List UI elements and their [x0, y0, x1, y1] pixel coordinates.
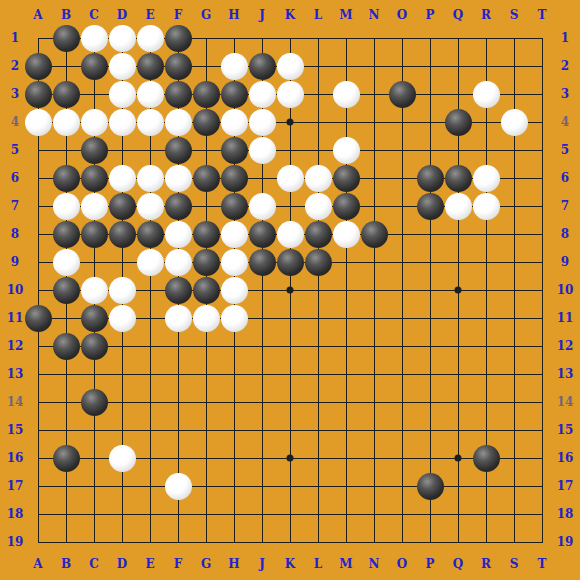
board-point[interactable]: [472, 136, 500, 164]
board-point[interactable]: [500, 360, 528, 388]
board-point[interactable]: [388, 360, 416, 388]
board-point[interactable]: [276, 472, 304, 500]
board-point[interactable]: [528, 80, 556, 108]
white-stone: [53, 109, 80, 136]
column-label-top: K: [285, 9, 295, 21]
board-point[interactable]: [444, 80, 472, 108]
board-point[interactable]: [444, 388, 472, 416]
board-point[interactable]: [220, 472, 248, 500]
board-point[interactable]: [24, 388, 52, 416]
board-point[interactable]: [304, 500, 332, 528]
board-point[interactable]: [388, 24, 416, 52]
board-point[interactable]: [52, 500, 80, 528]
board-point[interactable]: [360, 304, 388, 332]
board-point[interactable]: [136, 472, 164, 500]
board-point[interactable]: [416, 388, 444, 416]
board-point[interactable]: [444, 500, 472, 528]
board-point[interactable]: [500, 80, 528, 108]
board-point[interactable]: [24, 360, 52, 388]
board-point: [80, 136, 108, 164]
board-point[interactable]: [304, 276, 332, 304]
board-point: [472, 164, 500, 192]
board-point[interactable]: [52, 52, 80, 80]
board-point[interactable]: [192, 472, 220, 500]
board-point[interactable]: [416, 332, 444, 360]
board-point[interactable]: [388, 220, 416, 248]
board-point[interactable]: [24, 276, 52, 304]
board-point[interactable]: [248, 24, 276, 52]
board-point[interactable]: [360, 500, 388, 528]
board-point[interactable]: [136, 360, 164, 388]
column-label-bottom: K: [285, 558, 295, 570]
board-point[interactable]: [332, 472, 360, 500]
board-point[interactable]: [444, 444, 472, 472]
board-point[interactable]: [136, 388, 164, 416]
board-point[interactable]: [444, 24, 472, 52]
board-point[interactable]: [248, 472, 276, 500]
row-label-left: 8: [11, 228, 19, 240]
board-point[interactable]: [528, 528, 556, 556]
board-point[interactable]: [528, 220, 556, 248]
board-point: [52, 220, 80, 248]
board-point[interactable]: [388, 388, 416, 416]
column-label-bottom: J: [259, 558, 265, 570]
board-point[interactable]: [472, 388, 500, 416]
board-point[interactable]: [388, 276, 416, 304]
board-point[interactable]: [80, 500, 108, 528]
board-point[interactable]: [444, 220, 472, 248]
board-point[interactable]: [108, 332, 136, 360]
board-point[interactable]: [528, 276, 556, 304]
board-point[interactable]: [472, 360, 500, 388]
board-point[interactable]: [108, 136, 136, 164]
board-point[interactable]: [528, 248, 556, 276]
board-point[interactable]: [388, 528, 416, 556]
column-label-top: J: [259, 9, 265, 21]
board-point[interactable]: [220, 444, 248, 472]
board-point: [52, 80, 80, 108]
board-point[interactable]: [500, 500, 528, 528]
board-point[interactable]: [192, 136, 220, 164]
board-point[interactable]: [332, 332, 360, 360]
board-point[interactable]: [500, 276, 528, 304]
board-point[interactable]: [472, 24, 500, 52]
board-point[interactable]: [472, 472, 500, 500]
board-point[interactable]: [332, 444, 360, 472]
board-point[interactable]: [136, 136, 164, 164]
board-point[interactable]: [220, 416, 248, 444]
board-point[interactable]: [136, 444, 164, 472]
board-point[interactable]: [276, 192, 304, 220]
board-point[interactable]: [388, 444, 416, 472]
board-point[interactable]: [24, 500, 52, 528]
board-point[interactable]: [304, 304, 332, 332]
board-point[interactable]: [332, 108, 360, 136]
board-point[interactable]: [220, 360, 248, 388]
board-point[interactable]: [500, 528, 528, 556]
board-point[interactable]: [108, 416, 136, 444]
board-point[interactable]: [500, 388, 528, 416]
board-point[interactable]: [416, 360, 444, 388]
board-point[interactable]: [500, 444, 528, 472]
board-point[interactable]: [388, 416, 416, 444]
board-point[interactable]: [220, 528, 248, 556]
board-point[interactable]: [528, 108, 556, 136]
board-point[interactable]: [360, 416, 388, 444]
board-point[interactable]: [304, 360, 332, 388]
row-label-right: 6: [561, 172, 569, 184]
board-point[interactable]: [388, 136, 416, 164]
board-point[interactable]: [304, 528, 332, 556]
board-point[interactable]: [416, 136, 444, 164]
board-point[interactable]: [416, 24, 444, 52]
board-point[interactable]: [332, 416, 360, 444]
board-point[interactable]: [388, 304, 416, 332]
board-point[interactable]: [360, 444, 388, 472]
board-point[interactable]: [416, 528, 444, 556]
board-point[interactable]: [24, 192, 52, 220]
board-point[interactable]: [24, 24, 52, 52]
board-point[interactable]: [136, 500, 164, 528]
row-label-right: 15: [557, 424, 574, 436]
board-point[interactable]: [80, 80, 108, 108]
board-point[interactable]: [528, 388, 556, 416]
board-point[interactable]: [528, 500, 556, 528]
board-point[interactable]: [24, 472, 52, 500]
board-point[interactable]: [108, 388, 136, 416]
column-label-top: L: [314, 9, 322, 21]
board-point[interactable]: [136, 276, 164, 304]
board-point[interactable]: [500, 24, 528, 52]
board-point[interactable]: [192, 500, 220, 528]
board-point[interactable]: [472, 220, 500, 248]
board-point[interactable]: [528, 136, 556, 164]
board-point[interactable]: [416, 416, 444, 444]
board-point[interactable]: [276, 108, 304, 136]
board-point[interactable]: [304, 52, 332, 80]
board-point[interactable]: [24, 332, 52, 360]
board-point[interactable]: [24, 528, 52, 556]
board-point[interactable]: [248, 444, 276, 472]
board-point[interactable]: [500, 192, 528, 220]
board-point[interactable]: [500, 52, 528, 80]
board-point[interactable]: [332, 24, 360, 52]
board-point[interactable]: [360, 472, 388, 500]
board-point[interactable]: [24, 444, 52, 472]
board-point[interactable]: [80, 528, 108, 556]
black-stone: [109, 221, 136, 248]
white-stone: [221, 305, 248, 332]
board-point[interactable]: [500, 220, 528, 248]
board-point[interactable]: [416, 52, 444, 80]
board-point[interactable]: [472, 108, 500, 136]
board-point[interactable]: [192, 332, 220, 360]
black-stone: [193, 165, 220, 192]
board-point[interactable]: [304, 80, 332, 108]
board-point[interactable]: [332, 500, 360, 528]
black-stone: [333, 193, 360, 220]
board-point[interactable]: [136, 304, 164, 332]
board-point[interactable]: [80, 444, 108, 472]
board-point[interactable]: [360, 164, 388, 192]
board-point[interactable]: [304, 24, 332, 52]
board-point[interactable]: [276, 388, 304, 416]
board-point[interactable]: [388, 108, 416, 136]
board-point[interactable]: [360, 276, 388, 304]
board-point[interactable]: [192, 444, 220, 472]
black-stone: [25, 81, 52, 108]
board-point[interactable]: [108, 248, 136, 276]
board-point[interactable]: [528, 360, 556, 388]
board-point[interactable]: [472, 52, 500, 80]
board-point[interactable]: [528, 444, 556, 472]
board-point[interactable]: [136, 332, 164, 360]
board-point[interactable]: [52, 472, 80, 500]
board-point: [164, 164, 192, 192]
board-point[interactable]: [528, 24, 556, 52]
board-point[interactable]: [248, 304, 276, 332]
board-point[interactable]: [472, 528, 500, 556]
board-point: [500, 108, 528, 136]
board-point[interactable]: [416, 108, 444, 136]
board-point[interactable]: [276, 304, 304, 332]
board-point[interactable]: [332, 528, 360, 556]
board-point[interactable]: [472, 500, 500, 528]
board-point[interactable]: [360, 360, 388, 388]
board-point: [192, 164, 220, 192]
white-stone: [249, 109, 276, 136]
board-point[interactable]: [528, 304, 556, 332]
board-point[interactable]: [248, 360, 276, 388]
board-point[interactable]: [220, 500, 248, 528]
board-point[interactable]: [136, 416, 164, 444]
board-point[interactable]: [416, 276, 444, 304]
board-point[interactable]: [304, 136, 332, 164]
board-point[interactable]: [472, 276, 500, 304]
board-point[interactable]: [332, 304, 360, 332]
board-point[interactable]: [416, 444, 444, 472]
board-point[interactable]: [80, 416, 108, 444]
board-point[interactable]: [80, 360, 108, 388]
white-stone: [165, 165, 192, 192]
board-point[interactable]: [192, 416, 220, 444]
board-point[interactable]: [444, 52, 472, 80]
board-point[interactable]: [108, 360, 136, 388]
board-point[interactable]: [332, 276, 360, 304]
board-point[interactable]: [416, 220, 444, 248]
board-point: [80, 388, 108, 416]
board-point[interactable]: [304, 416, 332, 444]
board-point[interactable]: [164, 360, 192, 388]
board-point[interactable]: [332, 248, 360, 276]
board-point: [108, 52, 136, 80]
board-point[interactable]: [248, 388, 276, 416]
board-point[interactable]: [52, 304, 80, 332]
board-point: [136, 220, 164, 248]
board-point[interactable]: [332, 388, 360, 416]
board-point[interactable]: [192, 192, 220, 220]
black-stone: [193, 277, 220, 304]
board-point[interactable]: [164, 500, 192, 528]
board-point[interactable]: [444, 332, 472, 360]
board-point[interactable]: [52, 528, 80, 556]
white-stone: [53, 193, 80, 220]
board-point[interactable]: [248, 528, 276, 556]
board-point[interactable]: [52, 136, 80, 164]
board-point: [276, 248, 304, 276]
board-point[interactable]: [304, 472, 332, 500]
board-point[interactable]: [360, 136, 388, 164]
board-point[interactable]: [472, 416, 500, 444]
row-label-right: 4: [561, 116, 569, 128]
board-point[interactable]: [276, 276, 304, 304]
board-point[interactable]: [472, 332, 500, 360]
board-point[interactable]: [528, 164, 556, 192]
board-point[interactable]: [164, 528, 192, 556]
board-point[interactable]: [192, 528, 220, 556]
board-point[interactable]: [192, 388, 220, 416]
board-point[interactable]: [528, 472, 556, 500]
white-stone: [249, 81, 276, 108]
board-point[interactable]: [472, 248, 500, 276]
board-point[interactable]: [276, 360, 304, 388]
board-point[interactable]: [24, 416, 52, 444]
board-point[interactable]: [332, 52, 360, 80]
board-point[interactable]: [472, 304, 500, 332]
board-point[interactable]: [444, 276, 472, 304]
board-point[interactable]: [304, 108, 332, 136]
board-point[interactable]: [304, 332, 332, 360]
board-point[interactable]: [500, 136, 528, 164]
board-point[interactable]: [276, 24, 304, 52]
board-point[interactable]: [164, 388, 192, 416]
board-point[interactable]: [528, 52, 556, 80]
board-point[interactable]: [444, 248, 472, 276]
board-point[interactable]: [164, 416, 192, 444]
board-point[interactable]: [192, 52, 220, 80]
board-point[interactable]: [192, 24, 220, 52]
board-point[interactable]: [248, 332, 276, 360]
board-point[interactable]: [220, 332, 248, 360]
board-point[interactable]: [248, 164, 276, 192]
board-point[interactable]: [500, 416, 528, 444]
white-stone: [221, 53, 248, 80]
board-point[interactable]: [388, 472, 416, 500]
board-point[interactable]: [332, 360, 360, 388]
board-point[interactable]: [416, 248, 444, 276]
board-point[interactable]: [80, 248, 108, 276]
board-point[interactable]: [360, 24, 388, 52]
board-point[interactable]: [52, 388, 80, 416]
board-point[interactable]: [416, 500, 444, 528]
column-label-bottom: B: [61, 558, 71, 570]
board-point[interactable]: [276, 528, 304, 556]
board-point[interactable]: [304, 444, 332, 472]
board-point[interactable]: [416, 304, 444, 332]
board-point[interactable]: [444, 528, 472, 556]
board-point[interactable]: [500, 472, 528, 500]
board-point[interactable]: [444, 136, 472, 164]
board-point[interactable]: [360, 80, 388, 108]
white-stone: [109, 305, 136, 332]
board-point[interactable]: [108, 500, 136, 528]
board-point[interactable]: [108, 528, 136, 556]
board-point[interactable]: [24, 136, 52, 164]
board-point[interactable]: [388, 52, 416, 80]
board-point[interactable]: [24, 248, 52, 276]
board-point[interactable]: [276, 332, 304, 360]
board-point[interactable]: [24, 164, 52, 192]
board-point[interactable]: [164, 444, 192, 472]
board-point[interactable]: [248, 276, 276, 304]
board-point[interactable]: [276, 444, 304, 472]
row-label-right: 8: [561, 228, 569, 240]
board-point[interactable]: [500, 304, 528, 332]
board-point[interactable]: [24, 220, 52, 248]
board-point[interactable]: [248, 416, 276, 444]
board-point[interactable]: [500, 164, 528, 192]
board-point[interactable]: [276, 500, 304, 528]
board-point[interactable]: [388, 192, 416, 220]
board-point[interactable]: [220, 24, 248, 52]
board-point[interactable]: [360, 52, 388, 80]
board-point[interactable]: [500, 248, 528, 276]
board-point[interactable]: [444, 472, 472, 500]
board-point: [220, 220, 248, 248]
board-point[interactable]: [164, 332, 192, 360]
board-point[interactable]: [444, 304, 472, 332]
black-stone: [165, 53, 192, 80]
white-stone: [221, 277, 248, 304]
board-point: [136, 192, 164, 220]
board-point: [472, 192, 500, 220]
board-point[interactable]: [388, 248, 416, 276]
board-point: [164, 220, 192, 248]
board-point[interactable]: [388, 500, 416, 528]
board-point[interactable]: [304, 388, 332, 416]
board-point[interactable]: [388, 332, 416, 360]
board-point[interactable]: [248, 500, 276, 528]
board-point[interactable]: [360, 108, 388, 136]
board-point[interactable]: [276, 136, 304, 164]
board-point[interactable]: [52, 360, 80, 388]
board-point[interactable]: [192, 360, 220, 388]
board-point[interactable]: [500, 332, 528, 360]
board-point: [52, 192, 80, 220]
board-point[interactable]: [276, 416, 304, 444]
board-point[interactable]: [444, 360, 472, 388]
board-point[interactable]: [528, 192, 556, 220]
board-point[interactable]: [360, 192, 388, 220]
board-point[interactable]: [220, 388, 248, 416]
board-point[interactable]: [80, 472, 108, 500]
board-point[interactable]: [360, 248, 388, 276]
board-point[interactable]: [416, 80, 444, 108]
board-point[interactable]: [108, 472, 136, 500]
board-point[interactable]: [528, 416, 556, 444]
board-point[interactable]: [360, 528, 388, 556]
white-stone: [473, 81, 500, 108]
board-point[interactable]: [360, 388, 388, 416]
board-point[interactable]: [388, 164, 416, 192]
board-point[interactable]: [444, 416, 472, 444]
board-point[interactable]: [528, 332, 556, 360]
board-point[interactable]: [52, 416, 80, 444]
board-point[interactable]: [136, 528, 164, 556]
white-stone: [221, 109, 248, 136]
board-point: [276, 164, 304, 192]
board-point[interactable]: [360, 332, 388, 360]
